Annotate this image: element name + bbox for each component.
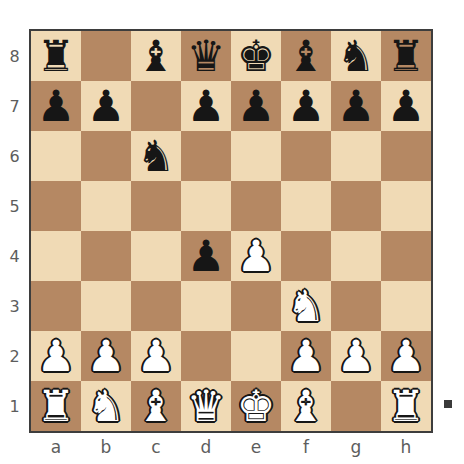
file-labels: abcdefgh bbox=[31, 435, 431, 461]
piece-white-pawn[interactable]: ♟ bbox=[237, 231, 276, 281]
file-label-e: e bbox=[231, 435, 281, 461]
square-d7[interactable]: ♟ bbox=[181, 81, 231, 131]
piece-black-pawn[interactable]: ♟ bbox=[237, 81, 276, 131]
square-e5[interactable] bbox=[231, 181, 281, 231]
file-label-g: g bbox=[331, 435, 381, 461]
square-g7[interactable]: ♟ bbox=[331, 81, 381, 131]
file-label-f: f bbox=[281, 435, 331, 461]
square-a2[interactable]: ♟ bbox=[31, 331, 81, 381]
piece-white-bishop[interactable]: ♝ bbox=[287, 381, 326, 431]
piece-black-queen[interactable]: ♛ bbox=[187, 31, 226, 81]
square-g3[interactable] bbox=[331, 281, 381, 331]
move-indicator bbox=[444, 400, 452, 408]
square-b5[interactable] bbox=[81, 181, 131, 231]
piece-black-knight[interactable]: ♞ bbox=[137, 131, 176, 181]
square-e8[interactable]: ♚ bbox=[231, 31, 281, 81]
square-e6[interactable] bbox=[231, 131, 281, 181]
square-h3[interactable] bbox=[381, 281, 431, 331]
rank-label-7: 7 bbox=[0, 81, 29, 131]
piece-white-rook[interactable]: ♜ bbox=[387, 381, 426, 431]
square-h4[interactable] bbox=[381, 231, 431, 281]
square-e4[interactable]: ♟ bbox=[231, 231, 281, 281]
piece-white-pawn[interactable]: ♟ bbox=[137, 331, 176, 381]
piece-black-knight[interactable]: ♞ bbox=[337, 31, 376, 81]
square-f8[interactable]: ♝ bbox=[281, 31, 331, 81]
square-c8[interactable]: ♝ bbox=[131, 31, 181, 81]
piece-white-pawn[interactable]: ♟ bbox=[387, 331, 426, 381]
square-b1[interactable]: ♞ bbox=[81, 381, 131, 431]
piece-white-knight[interactable]: ♞ bbox=[287, 281, 326, 331]
square-g1[interactable] bbox=[331, 381, 381, 431]
square-g4[interactable] bbox=[331, 231, 381, 281]
rank-label-1: 1 bbox=[0, 381, 29, 431]
square-e2[interactable] bbox=[231, 331, 281, 381]
square-a3[interactable] bbox=[31, 281, 81, 331]
piece-black-bishop[interactable]: ♝ bbox=[137, 31, 176, 81]
rank-label-3: 3 bbox=[0, 281, 29, 331]
square-a6[interactable] bbox=[31, 131, 81, 181]
chess-game-view: 87654321 ♜♝♛♚♝♞♜♟♟♟♟♟♟♟♞♟♟♞♟♟♟♟♟♟♜♞♝♛♚♝♜… bbox=[0, 0, 464, 464]
piece-black-pawn[interactable]: ♟ bbox=[87, 81, 126, 131]
square-c4[interactable] bbox=[131, 231, 181, 281]
piece-black-bishop[interactable]: ♝ bbox=[287, 31, 326, 81]
square-f2[interactable]: ♟ bbox=[281, 331, 331, 381]
piece-black-rook[interactable]: ♜ bbox=[387, 31, 426, 81]
piece-black-pawn[interactable]: ♟ bbox=[187, 231, 226, 281]
piece-black-pawn[interactable]: ♟ bbox=[337, 81, 376, 131]
square-g6[interactable] bbox=[331, 131, 381, 181]
piece-black-king[interactable]: ♚ bbox=[237, 31, 276, 81]
square-b2[interactable]: ♟ bbox=[81, 331, 131, 381]
piece-white-rook[interactable]: ♜ bbox=[37, 381, 76, 431]
file-label-a: a bbox=[31, 435, 81, 461]
square-g5[interactable] bbox=[331, 181, 381, 231]
square-c2[interactable]: ♟ bbox=[131, 331, 181, 381]
square-h1[interactable]: ♜ bbox=[381, 381, 431, 431]
piece-white-pawn[interactable]: ♟ bbox=[87, 331, 126, 381]
rank-label-6: 6 bbox=[0, 131, 29, 181]
square-d3[interactable] bbox=[181, 281, 231, 331]
square-c3[interactable] bbox=[131, 281, 181, 331]
piece-black-rook[interactable]: ♜ bbox=[37, 31, 76, 81]
square-e1[interactable]: ♚ bbox=[231, 381, 281, 431]
piece-white-king[interactable]: ♚ bbox=[237, 381, 276, 431]
square-a8[interactable]: ♜ bbox=[31, 31, 81, 81]
square-d8[interactable]: ♛ bbox=[181, 31, 231, 81]
piece-white-pawn[interactable]: ♟ bbox=[287, 331, 326, 381]
square-f7[interactable]: ♟ bbox=[281, 81, 331, 131]
piece-black-pawn[interactable]: ♟ bbox=[37, 81, 76, 131]
chess-board[interactable]: ♜♝♛♚♝♞♜♟♟♟♟♟♟♟♞♟♟♞♟♟♟♟♟♟♜♞♝♛♚♝♜ bbox=[29, 29, 433, 433]
square-g2[interactable]: ♟ bbox=[331, 331, 381, 381]
square-a1[interactable]: ♜ bbox=[31, 381, 81, 431]
square-a5[interactable] bbox=[31, 181, 81, 231]
file-label-c: c bbox=[131, 435, 181, 461]
rank-label-2: 2 bbox=[0, 331, 29, 381]
piece-white-knight[interactable]: ♞ bbox=[87, 381, 126, 431]
square-f1[interactable]: ♝ bbox=[281, 381, 331, 431]
square-d5[interactable] bbox=[181, 181, 231, 231]
square-b7[interactable]: ♟ bbox=[81, 81, 131, 131]
square-c6[interactable]: ♞ bbox=[131, 131, 181, 181]
square-c1[interactable]: ♝ bbox=[131, 381, 181, 431]
square-d4[interactable]: ♟ bbox=[181, 231, 231, 281]
rank-labels: 87654321 bbox=[0, 31, 29, 431]
square-h5[interactable] bbox=[381, 181, 431, 231]
piece-white-pawn[interactable]: ♟ bbox=[37, 331, 76, 381]
square-h8[interactable]: ♜ bbox=[381, 31, 431, 81]
rank-label-5: 5 bbox=[0, 181, 29, 231]
square-b3[interactable] bbox=[81, 281, 131, 331]
file-label-h: h bbox=[381, 435, 431, 461]
square-f3[interactable]: ♞ bbox=[281, 281, 331, 331]
square-h6[interactable] bbox=[381, 131, 431, 181]
square-b4[interactable] bbox=[81, 231, 131, 281]
rank-label-8: 8 bbox=[0, 31, 29, 81]
square-h7[interactable]: ♟ bbox=[381, 81, 431, 131]
square-c7[interactable] bbox=[131, 81, 181, 131]
square-e7[interactable]: ♟ bbox=[231, 81, 281, 131]
square-h2[interactable]: ♟ bbox=[381, 331, 431, 381]
piece-black-pawn[interactable]: ♟ bbox=[387, 81, 426, 131]
square-d1[interactable]: ♛ bbox=[181, 381, 231, 431]
piece-black-pawn[interactable]: ♟ bbox=[187, 81, 226, 131]
rank-label-4: 4 bbox=[0, 231, 29, 281]
square-g8[interactable]: ♞ bbox=[331, 31, 381, 81]
piece-black-pawn[interactable]: ♟ bbox=[287, 81, 326, 131]
file-label-d: d bbox=[181, 435, 231, 461]
square-b6[interactable] bbox=[81, 131, 131, 181]
piece-white-pawn[interactable]: ♟ bbox=[337, 331, 376, 381]
piece-white-queen[interactable]: ♛ bbox=[187, 381, 226, 431]
square-f5[interactable] bbox=[281, 181, 331, 231]
file-label-b: b bbox=[81, 435, 131, 461]
piece-white-bishop[interactable]: ♝ bbox=[137, 381, 176, 431]
square-d6[interactable] bbox=[181, 131, 231, 181]
square-a4[interactable] bbox=[31, 231, 81, 281]
square-d2[interactable] bbox=[181, 331, 231, 381]
square-b8[interactable] bbox=[81, 31, 131, 81]
square-e3[interactable] bbox=[231, 281, 281, 331]
square-f4[interactable] bbox=[281, 231, 331, 281]
square-c5[interactable] bbox=[131, 181, 181, 231]
square-a7[interactable]: ♟ bbox=[31, 81, 81, 131]
square-f6[interactable] bbox=[281, 131, 331, 181]
